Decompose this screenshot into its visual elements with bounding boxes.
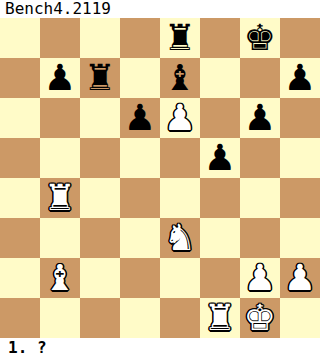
square-e6[interactable]: ♟ bbox=[160, 98, 200, 138]
square-f3[interactable] bbox=[200, 218, 240, 258]
black-pawn[interactable]: ♟ bbox=[244, 98, 276, 138]
square-a2[interactable] bbox=[0, 258, 40, 298]
square-g3[interactable] bbox=[240, 218, 280, 258]
chess-board: ♜♚♟♜♝♟♟♟♟♟♜♞♝♟♟♜♚ bbox=[0, 18, 320, 338]
black-bishop[interactable]: ♝ bbox=[164, 58, 196, 98]
square-c4[interactable] bbox=[80, 178, 120, 218]
black-pawn[interactable]: ♟ bbox=[204, 138, 236, 178]
square-h1[interactable] bbox=[280, 298, 320, 338]
square-h2[interactable]: ♟ bbox=[280, 258, 320, 298]
square-g8[interactable]: ♚ bbox=[240, 18, 280, 58]
square-h6[interactable] bbox=[280, 98, 320, 138]
square-b7[interactable]: ♟ bbox=[40, 58, 80, 98]
square-e8[interactable]: ♜ bbox=[160, 18, 200, 58]
square-f5[interactable]: ♟ bbox=[200, 138, 240, 178]
square-c5[interactable] bbox=[80, 138, 120, 178]
square-f8[interactable] bbox=[200, 18, 240, 58]
square-d3[interactable] bbox=[120, 218, 160, 258]
chess-app-window: Bench4.2119 ♜♚♟♜♝♟♟♟♟♟♜♞♝♟♟♜♚ 1. ? bbox=[0, 0, 320, 360]
square-g2[interactable]: ♟ bbox=[240, 258, 280, 298]
square-f7[interactable] bbox=[200, 58, 240, 98]
square-a7[interactable] bbox=[0, 58, 40, 98]
square-g1[interactable]: ♚ bbox=[240, 298, 280, 338]
square-d8[interactable] bbox=[120, 18, 160, 58]
square-b6[interactable] bbox=[40, 98, 80, 138]
white-pawn[interactable]: ♟ bbox=[164, 98, 196, 138]
white-knight[interactable]: ♞ bbox=[164, 218, 196, 258]
square-a6[interactable] bbox=[0, 98, 40, 138]
square-c3[interactable] bbox=[80, 218, 120, 258]
square-f1[interactable]: ♜ bbox=[200, 298, 240, 338]
square-h7[interactable]: ♟ bbox=[280, 58, 320, 98]
square-c1[interactable] bbox=[80, 298, 120, 338]
square-a3[interactable] bbox=[0, 218, 40, 258]
black-rook[interactable]: ♜ bbox=[164, 18, 196, 58]
square-d6[interactable]: ♟ bbox=[120, 98, 160, 138]
square-c6[interactable] bbox=[80, 98, 120, 138]
black-pawn[interactable]: ♟ bbox=[284, 58, 316, 98]
square-d5[interactable] bbox=[120, 138, 160, 178]
square-f2[interactable] bbox=[200, 258, 240, 298]
square-b8[interactable] bbox=[40, 18, 80, 58]
black-pawn[interactable]: ♟ bbox=[124, 98, 156, 138]
square-c8[interactable] bbox=[80, 18, 120, 58]
square-d1[interactable] bbox=[120, 298, 160, 338]
move-prompt: 1. ? bbox=[0, 338, 320, 360]
white-pawn[interactable]: ♟ bbox=[244, 258, 276, 298]
black-rook[interactable]: ♜ bbox=[84, 58, 116, 98]
square-f6[interactable] bbox=[200, 98, 240, 138]
square-g6[interactable]: ♟ bbox=[240, 98, 280, 138]
square-b3[interactable] bbox=[40, 218, 80, 258]
square-a1[interactable] bbox=[0, 298, 40, 338]
square-d4[interactable] bbox=[120, 178, 160, 218]
square-h5[interactable] bbox=[280, 138, 320, 178]
white-rook[interactable]: ♜ bbox=[44, 178, 76, 218]
square-e2[interactable] bbox=[160, 258, 200, 298]
square-e4[interactable] bbox=[160, 178, 200, 218]
square-c7[interactable]: ♜ bbox=[80, 58, 120, 98]
square-e7[interactable]: ♝ bbox=[160, 58, 200, 98]
square-g7[interactable] bbox=[240, 58, 280, 98]
square-b1[interactable] bbox=[40, 298, 80, 338]
window-title: Bench4.2119 bbox=[0, 0, 320, 18]
square-d7[interactable] bbox=[120, 58, 160, 98]
white-king[interactable]: ♚ bbox=[244, 298, 276, 338]
square-c2[interactable] bbox=[80, 258, 120, 298]
square-h4[interactable] bbox=[280, 178, 320, 218]
square-b4[interactable]: ♜ bbox=[40, 178, 80, 218]
square-e5[interactable] bbox=[160, 138, 200, 178]
square-a4[interactable] bbox=[0, 178, 40, 218]
square-h8[interactable] bbox=[280, 18, 320, 58]
square-d2[interactable] bbox=[120, 258, 160, 298]
square-g5[interactable] bbox=[240, 138, 280, 178]
square-g4[interactable] bbox=[240, 178, 280, 218]
white-rook[interactable]: ♜ bbox=[204, 298, 236, 338]
square-e1[interactable] bbox=[160, 298, 200, 338]
square-e3[interactable]: ♞ bbox=[160, 218, 200, 258]
white-bishop[interactable]: ♝ bbox=[44, 258, 76, 298]
black-king[interactable]: ♚ bbox=[244, 18, 276, 58]
white-pawn[interactable]: ♟ bbox=[284, 258, 316, 298]
square-f4[interactable] bbox=[200, 178, 240, 218]
square-b2[interactable]: ♝ bbox=[40, 258, 80, 298]
square-a5[interactable] bbox=[0, 138, 40, 178]
square-b5[interactable] bbox=[40, 138, 80, 178]
square-a8[interactable] bbox=[0, 18, 40, 58]
square-h3[interactable] bbox=[280, 218, 320, 258]
black-pawn[interactable]: ♟ bbox=[44, 58, 76, 98]
